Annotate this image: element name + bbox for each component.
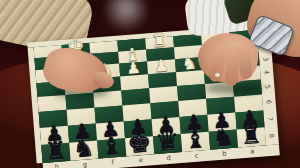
piece-black-knight[interactable]: ♞ <box>212 125 235 151</box>
rank-label-5: 5 <box>265 79 270 94</box>
square-h8[interactable]: ♜ <box>41 143 70 163</box>
square-f8[interactable]: ♝ <box>97 138 126 158</box>
square-d8[interactable]: ♛ <box>153 134 182 154</box>
square-a8[interactable]: ♜ <box>237 127 266 147</box>
piece-black-king[interactable]: ♚ <box>126 128 152 157</box>
square-e8[interactable]: ♚ <box>125 136 154 156</box>
rank-label-6: 6 <box>266 94 271 110</box>
piece-black-queen[interactable]: ♛ <box>154 126 180 155</box>
piece-black-knight[interactable]: ♞ <box>72 136 95 162</box>
light-wisp <box>103 0 149 34</box>
rank-label-3: 3 <box>263 52 268 65</box>
finger-ring <box>215 73 220 77</box>
rank-label-7: 7 <box>268 110 273 127</box>
square-c8[interactable]: ♝ <box>181 132 210 152</box>
video-still: ♚♜♝♟♞♟♟♞♟♟♟♟♟♟♟♟♜♞♝♚♛♝♞♜ 12345678 hgfedc… <box>0 0 300 168</box>
piece-black-rook[interactable]: ♜ <box>44 138 67 164</box>
rank-label-8: 8 <box>269 127 275 145</box>
rank-label-4: 4 <box>264 65 269 79</box>
piece-black-rook[interactable]: ♜ <box>239 123 262 149</box>
square-b8[interactable]: ♞ <box>209 130 238 150</box>
piece-black-bishop[interactable]: ♝ <box>100 134 123 160</box>
piece-black-bishop[interactable]: ♝ <box>184 127 207 153</box>
square-g8[interactable]: ♞ <box>69 141 98 161</box>
